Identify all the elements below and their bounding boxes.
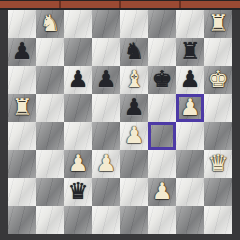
piece-white-rook[interactable]: ♜ (208, 12, 229, 35)
square-a1[interactable] (8, 206, 36, 234)
square-g1[interactable] (176, 206, 204, 234)
square-b5[interactable] (36, 94, 64, 122)
square-c6[interactable]: ♟ (64, 66, 92, 94)
square-h3[interactable]: ♛ (204, 150, 232, 178)
square-e2[interactable] (120, 178, 148, 206)
square-d3[interactable]: ♟ (92, 150, 120, 178)
square-a2[interactable] (8, 178, 36, 206)
square-c2[interactable]: ♛ (64, 178, 92, 206)
square-e7[interactable]: ♞ (120, 38, 148, 66)
piece-black-pawn[interactable]: ♟ (12, 40, 33, 63)
square-h4[interactable] (204, 122, 232, 150)
square-e8[interactable] (120, 10, 148, 38)
piece-black-pawn[interactable]: ♟ (180, 68, 201, 91)
square-d7[interactable] (92, 38, 120, 66)
square-h5[interactable] (204, 94, 232, 122)
piece-white-pawn[interactable]: ♟ (152, 180, 173, 203)
square-g5[interactable]: ♟ (176, 94, 204, 122)
square-b1[interactable] (36, 206, 64, 234)
square-e3[interactable] (120, 150, 148, 178)
square-d5[interactable] (92, 94, 120, 122)
square-d1[interactable] (92, 206, 120, 234)
square-e6[interactable]: ♝ (120, 66, 148, 94)
square-g2[interactable] (176, 178, 204, 206)
piece-black-king[interactable]: ♚ (152, 68, 173, 91)
square-b7[interactable] (36, 38, 64, 66)
square-h8[interactable]: ♜ (204, 10, 232, 38)
square-d8[interactable] (92, 10, 120, 38)
piece-black-pawn[interactable]: ♟ (124, 96, 145, 119)
square-e5[interactable]: ♟ (120, 94, 148, 122)
square-e4[interactable]: ♟ (120, 122, 148, 150)
piece-black-pawn[interactable]: ♟ (96, 68, 117, 91)
square-a4[interactable] (8, 122, 36, 150)
square-b2[interactable] (36, 178, 64, 206)
square-f5[interactable] (148, 94, 176, 122)
piece-white-queen[interactable]: ♛ (208, 152, 229, 175)
piece-white-rook[interactable]: ♜ (12, 96, 33, 119)
square-f2[interactable]: ♟ (148, 178, 176, 206)
square-f6[interactable]: ♚ (148, 66, 176, 94)
square-d2[interactable] (92, 178, 120, 206)
square-g8[interactable] (176, 10, 204, 38)
piece-white-pawn[interactable]: ♟ (180, 96, 201, 119)
piece-black-pawn[interactable]: ♟ (68, 68, 89, 91)
square-a5[interactable]: ♜ (8, 94, 36, 122)
square-g4[interactable] (176, 122, 204, 150)
square-c3[interactable]: ♟ (64, 150, 92, 178)
square-c4[interactable] (64, 122, 92, 150)
square-e1[interactable] (120, 206, 148, 234)
piece-white-pawn[interactable]: ♟ (124, 124, 145, 147)
piece-white-pawn[interactable]: ♟ (68, 152, 89, 175)
square-h2[interactable] (204, 178, 232, 206)
piece-white-bishop[interactable]: ♝ (124, 68, 145, 91)
square-c7[interactable] (64, 38, 92, 66)
square-f8[interactable] (148, 10, 176, 38)
piece-black-queen[interactable]: ♛ (68, 180, 89, 203)
square-f1[interactable] (148, 206, 176, 234)
square-a7[interactable]: ♟ (8, 38, 36, 66)
square-h7[interactable] (204, 38, 232, 66)
square-g6[interactable]: ♟ (176, 66, 204, 94)
square-h1[interactable] (204, 206, 232, 234)
piece-black-rook[interactable]: ♜ (180, 40, 201, 63)
board-frame-wood-rail (0, 0, 240, 8)
chess-board: ♞♜♟♞♜♟♟♝♚♟♚♜♟♟♟♟♟♛♛♟ (8, 10, 232, 234)
square-c5[interactable] (64, 94, 92, 122)
square-b8[interactable]: ♞ (36, 10, 64, 38)
square-f7[interactable] (148, 38, 176, 66)
piece-white-knight[interactable]: ♞ (40, 12, 61, 35)
square-a3[interactable] (8, 150, 36, 178)
square-g7[interactable]: ♜ (176, 38, 204, 66)
square-a8[interactable] (8, 10, 36, 38)
square-f4[interactable] (148, 122, 176, 150)
piece-black-knight[interactable]: ♞ (124, 40, 145, 63)
square-c1[interactable] (64, 206, 92, 234)
piece-white-pawn[interactable]: ♟ (96, 152, 117, 175)
square-b3[interactable] (36, 150, 64, 178)
square-g3[interactable] (176, 150, 204, 178)
square-h6[interactable]: ♚ (204, 66, 232, 94)
square-f3[interactable] (148, 150, 176, 178)
square-d6[interactable]: ♟ (92, 66, 120, 94)
square-b4[interactable] (36, 122, 64, 150)
square-d4[interactable] (92, 122, 120, 150)
piece-white-king[interactable]: ♚ (208, 68, 229, 91)
square-c8[interactable] (64, 10, 92, 38)
square-a6[interactable] (8, 66, 36, 94)
chess-app-window: ♞♜♟♞♜♟♟♝♚♟♚♜♟♟♟♟♟♛♛♟ (0, 0, 240, 240)
square-b6[interactable] (36, 66, 64, 94)
